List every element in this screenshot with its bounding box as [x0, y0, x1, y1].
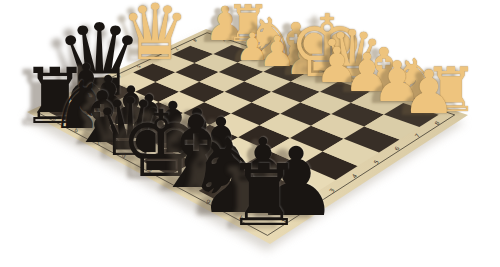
chess-set-photo: aabbccddeeffgghh1122334455667788 ♟♜♛♞♟♝♟… — [0, 0, 500, 267]
piece-black-R-h1[interactable]: ♜ — [226, 153, 302, 238]
piece-camel-P-h7[interactable]: ♟ — [402, 62, 456, 122]
